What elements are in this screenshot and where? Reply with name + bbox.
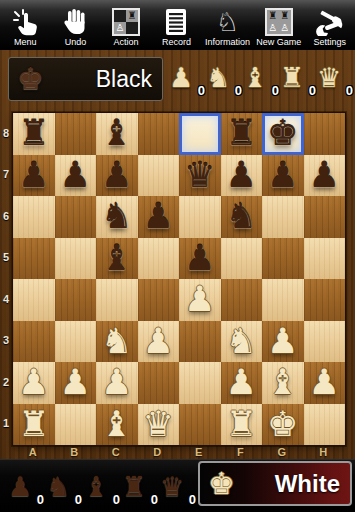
- white-pawn: ♟: [304, 362, 346, 404]
- square-a2[interactable]: ♟: [13, 362, 55, 404]
- new-game-label: New Game: [256, 37, 301, 47]
- white-pawn: ♟: [138, 321, 180, 363]
- square-a6[interactable]: [13, 196, 55, 238]
- palm-hand-icon: [64, 7, 88, 37]
- white-king: ♚: [262, 404, 304, 446]
- black-bishop-count: 0: [113, 492, 120, 507]
- black-player-panel: ♚ Black: [8, 57, 163, 101]
- captured-black-bishop: ♝0: [84, 467, 118, 511]
- rank-label-8: 8: [0, 112, 12, 154]
- square-h1[interactable]: [304, 404, 346, 446]
- white-pawn: ♟: [96, 362, 138, 404]
- square-c2[interactable]: ♟: [96, 362, 138, 404]
- square-g7[interactable]: ♟: [262, 155, 304, 197]
- mini-board-pieces-icon: ♜ ♜ ♙ ♙: [265, 7, 293, 37]
- information-button[interactable]: ♘ Information: [205, 0, 250, 49]
- file-label-e: E: [178, 445, 220, 459]
- mini-board-icon: ♜ ♙: [112, 7, 140, 37]
- menu-label: Menu: [14, 37, 37, 47]
- file-label-b: B: [54, 445, 96, 459]
- pointer-hand-icon: [12, 7, 38, 37]
- white-pawn: ♟: [179, 279, 221, 321]
- chess-app-screen: Menu Undo ♜: [0, 0, 355, 512]
- white-pawn: ♟: [262, 321, 304, 363]
- white-pawn-icon: ♟: [169, 58, 193, 98]
- white-knight: ♞: [96, 321, 138, 363]
- rank-labels: 87654321: [0, 112, 12, 444]
- menu-button[interactable]: Menu: [3, 0, 47, 49]
- tools-icon: [315, 7, 345, 37]
- square-f7[interactable]: ♟: [221, 155, 263, 197]
- black-pawn: ♟: [262, 155, 304, 197]
- white-rook: ♜: [221, 404, 263, 446]
- black-pawn-icon: ♟: [8, 467, 32, 507]
- square-d8[interactable]: [138, 113, 180, 155]
- square-f5[interactable]: [221, 238, 263, 280]
- square-a4[interactable]: [13, 279, 55, 321]
- square-a5[interactable]: [13, 238, 55, 280]
- white-captured-tray: ♟0♞0♝0♜0♛0: [8, 467, 194, 509]
- file-label-a: A: [12, 445, 54, 459]
- square-h4[interactable]: [304, 279, 346, 321]
- square-g1[interactable]: ♚: [262, 404, 304, 446]
- white-rook-icon: ♜: [280, 58, 304, 98]
- white-queen-count: 0: [346, 83, 353, 98]
- black-captured-tray: ♟0♞0♝0♜0♛0: [169, 58, 351, 102]
- black-pawn: ♟: [179, 238, 221, 280]
- white-queen-icon: ♛: [317, 58, 341, 98]
- black-rook-icon: ♜: [122, 467, 146, 507]
- captured-white-knight: ♞0: [206, 58, 240, 102]
- square-b5[interactable]: [55, 238, 97, 280]
- black-pawn: ♟: [221, 155, 263, 197]
- square-c4[interactable]: [96, 279, 138, 321]
- rank-label-1: 1: [0, 403, 12, 445]
- black-knight-count: 0: [75, 492, 82, 507]
- square-d4[interactable]: [138, 279, 180, 321]
- square-e1[interactable]: [179, 404, 221, 446]
- black-queen: ♛: [179, 155, 221, 197]
- square-c8[interactable]: ♝: [96, 113, 138, 155]
- square-h8[interactable]: [304, 113, 346, 155]
- square-b4[interactable]: [55, 279, 97, 321]
- square-e3[interactable]: [179, 321, 221, 363]
- white-pawn-count: 0: [198, 83, 205, 98]
- captured-white-rook: ♜0: [280, 58, 314, 102]
- square-b2[interactable]: ♟: [55, 362, 97, 404]
- record-button[interactable]: Record: [154, 0, 198, 49]
- square-h2[interactable]: ♟: [304, 362, 346, 404]
- white-knight-icon: ♞: [206, 58, 230, 98]
- square-a8[interactable]: ♜: [13, 113, 55, 155]
- captured-black-pawn: ♟0: [8, 467, 42, 511]
- undo-button[interactable]: Undo: [54, 0, 98, 49]
- square-c7[interactable]: ♟: [96, 155, 138, 197]
- knight-icon: ♘: [216, 7, 239, 37]
- square-g6[interactable]: [262, 196, 304, 238]
- captured-black-rook: ♜0: [122, 467, 156, 511]
- information-label: Information: [205, 37, 250, 47]
- captured-black-knight: ♞0: [46, 467, 80, 511]
- white-queen: ♛: [138, 404, 180, 446]
- black-rook-count: 0: [151, 492, 158, 507]
- black-bishop: ♝: [96, 238, 138, 280]
- white-bishop: ♝: [262, 362, 304, 404]
- undo-label: Undo: [65, 37, 87, 47]
- file-label-c: C: [95, 445, 137, 459]
- black-queen-count: 0: [189, 492, 196, 507]
- square-a1[interactable]: ♜: [13, 404, 55, 446]
- square-g2[interactable]: ♝: [262, 362, 304, 404]
- file-label-h: H: [303, 445, 345, 459]
- square-d6[interactable]: ♟: [138, 196, 180, 238]
- square-g3[interactable]: ♟: [262, 321, 304, 363]
- white-player-panel: ♚ White: [198, 461, 352, 506]
- square-d7[interactable]: [138, 155, 180, 197]
- white-knight-count: 0: [235, 83, 242, 98]
- settings-button[interactable]: Settings: [308, 0, 352, 49]
- black-knight-icon: ♞: [46, 467, 70, 507]
- captured-white-pawn: ♟0: [169, 58, 203, 102]
- black-pawn-count: 0: [37, 492, 44, 507]
- black-knight: ♞: [221, 196, 263, 238]
- rank-label-6: 6: [0, 195, 12, 237]
- square-e2[interactable]: [179, 362, 221, 404]
- square-b3[interactable]: [55, 321, 97, 363]
- black-bishop-icon: ♝: [84, 467, 108, 507]
- square-f1[interactable]: ♜: [221, 404, 263, 446]
- square-f6[interactable]: ♞: [221, 196, 263, 238]
- black-queen-icon: ♛: [160, 467, 184, 507]
- white-king-icon: ♚: [208, 463, 235, 505]
- file-label-f: F: [220, 445, 262, 459]
- square-f8[interactable]: ♜: [221, 113, 263, 155]
- action-button[interactable]: ♜ ♙ Action: [104, 0, 148, 49]
- square-c1[interactable]: ♝: [96, 404, 138, 446]
- square-h5[interactable]: [304, 238, 346, 280]
- square-f2[interactable]: ♟: [221, 362, 263, 404]
- black-pawn: ♟: [138, 196, 180, 238]
- square-h3[interactable]: [304, 321, 346, 363]
- black-rook: ♜: [13, 113, 55, 155]
- captured-white-queen: ♛0: [317, 58, 351, 102]
- file-label-d: D: [137, 445, 179, 459]
- white-rook-count: 0: [309, 83, 316, 98]
- rank-label-3: 3: [0, 320, 12, 362]
- square-e5[interactable]: ♟: [179, 238, 221, 280]
- black-pawn: ♟: [96, 155, 138, 197]
- square-e4[interactable]: ♟: [179, 279, 221, 321]
- black-pawn: ♟: [304, 155, 346, 197]
- black-knight: ♞: [96, 196, 138, 238]
- square-e6[interactable]: [179, 196, 221, 238]
- document-icon: [164, 7, 188, 37]
- black-bishop: ♝: [96, 113, 138, 155]
- black-player-label: Black: [44, 66, 162, 93]
- square-d1[interactable]: ♛: [138, 404, 180, 446]
- white-bishop-count: 0: [272, 83, 279, 98]
- square-h6[interactable]: [304, 196, 346, 238]
- white-knight: ♞: [221, 321, 263, 363]
- rank-label-4: 4: [0, 278, 12, 320]
- captured-black-queen: ♛0: [160, 467, 194, 511]
- chess-board: ♜♝♜♚♟♟♟♛♟♟♟♞♟♞♝♟♟♞♟♞♟♟♟♟♟♝♟♜♝♛♜♚: [12, 112, 346, 446]
- toolbar: Menu Undo ♜: [0, 0, 355, 50]
- file-label-g: G: [261, 445, 303, 459]
- white-pawn: ♟: [221, 362, 263, 404]
- black-king-icon: ♚: [17, 58, 44, 100]
- square-d2[interactable]: [138, 362, 180, 404]
- action-label: Action: [114, 37, 139, 47]
- rank-label-7: 7: [0, 154, 12, 196]
- file-labels: ABCDEFGH: [12, 445, 344, 459]
- square-b7[interactable]: ♟: [55, 155, 97, 197]
- square-f4[interactable]: [221, 279, 263, 321]
- white-rook: ♜: [13, 404, 55, 446]
- white-player-label: White: [235, 470, 350, 498]
- black-rook: ♜: [221, 113, 263, 155]
- white-bishop-icon: ♝: [243, 58, 267, 98]
- square-c5[interactable]: ♝: [96, 238, 138, 280]
- black-king: ♚: [262, 113, 304, 155]
- captured-white-bishop: ♝0: [243, 58, 277, 102]
- square-d3[interactable]: ♟: [138, 321, 180, 363]
- square-e8[interactable]: [179, 113, 221, 155]
- rank-label-2: 2: [0, 361, 12, 403]
- square-d5[interactable]: [138, 238, 180, 280]
- record-label: Record: [162, 37, 191, 47]
- square-g8[interactable]: ♚: [262, 113, 304, 155]
- square-b8[interactable]: [55, 113, 97, 155]
- settings-label: Settings: [314, 37, 347, 47]
- white-pawn: ♟: [55, 362, 97, 404]
- black-pawn: ♟: [55, 155, 97, 197]
- black-pawn: ♟: [13, 155, 55, 197]
- square-a3[interactable]: [13, 321, 55, 363]
- square-g4[interactable]: [262, 279, 304, 321]
- square-f3[interactable]: ♞: [221, 321, 263, 363]
- square-c3[interactable]: ♞: [96, 321, 138, 363]
- square-c6[interactable]: ♞: [96, 196, 138, 238]
- square-b6[interactable]: [55, 196, 97, 238]
- square-h7[interactable]: ♟: [304, 155, 346, 197]
- square-a7[interactable]: ♟: [13, 155, 55, 197]
- square-b1[interactable]: [55, 404, 97, 446]
- square-g5[interactable]: [262, 238, 304, 280]
- new-game-button[interactable]: ♜ ♜ ♙ ♙ New Game: [256, 0, 301, 49]
- rank-label-5: 5: [0, 237, 12, 279]
- square-e7[interactable]: ♛: [179, 155, 221, 197]
- white-pawn: ♟: [13, 362, 55, 404]
- white-bishop: ♝: [96, 404, 138, 446]
